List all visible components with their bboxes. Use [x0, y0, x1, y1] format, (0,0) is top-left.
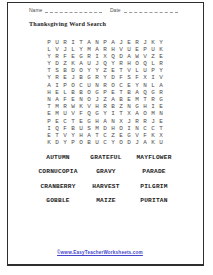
grid-cell-r12c10: X: [117, 118, 125, 125]
grid-cell-r6c13: X: [141, 74, 149, 81]
grid-cell-r6c5: B: [77, 74, 85, 81]
grid-cell-r14c9: Z: [109, 132, 117, 139]
grid-cell-r2c3: J: [61, 46, 69, 53]
grid-cell-r5c9: E: [109, 67, 117, 74]
name-label: Name: [29, 7, 42, 13]
grid-cell-r2c7: A: [93, 46, 101, 53]
grid-cell-r13c15: T: [157, 125, 165, 132]
grid-cell-r2c6: M: [85, 46, 93, 53]
grid-cell-r12c3: C: [61, 118, 69, 125]
grid-cell-r6c15: V: [157, 74, 165, 81]
date-field: Date: [110, 6, 178, 13]
word-list-item: AUTUMN: [34, 153, 82, 167]
grid-cell-r1c9: A: [109, 39, 117, 46]
grid-cell-r9c14: R: [149, 96, 157, 103]
grid-cell-r5c1: T: [45, 67, 53, 74]
grid-cell-r7c12: Y: [133, 82, 141, 89]
grid-cell-r6c9: D: [109, 74, 117, 81]
grid-cell-r5c13: U: [141, 67, 149, 74]
word-list: AUTUMNGRATEFULMAYFLOWERCORNUCOPIAGRAVYPA…: [34, 153, 178, 211]
grid-cell-r11c9: I: [109, 110, 117, 117]
grid-cell-r5c12: L: [133, 67, 141, 74]
grid-cell-r6c10: F: [117, 74, 125, 81]
grid-cell-r4c11: H: [125, 60, 133, 67]
grid-cell-r1c10: J: [117, 39, 125, 46]
grid-cell-r11c3: U: [61, 110, 69, 117]
grid-cell-r2c5: Y: [77, 46, 85, 53]
grid-cell-r8c15: R: [157, 89, 165, 96]
grid-cell-r15c8: C: [101, 139, 109, 146]
grid-cell-r2c13: P: [141, 46, 149, 53]
grid-cell-r9c13: T: [141, 96, 149, 103]
grid-cell-r6c7: R: [93, 74, 101, 81]
grid-cell-r10c2: M: [53, 103, 61, 110]
grid-cell-r12c7: H: [93, 118, 101, 125]
grid-cell-r14c6: A: [85, 132, 93, 139]
grid-cell-r9c10: B: [117, 96, 125, 103]
grid-cell-r5c15: Y: [157, 67, 165, 74]
grid-cell-r12c15: E: [157, 118, 165, 125]
grid-cell-r15c2: D: [53, 139, 61, 146]
grid-cell-r13c2: Q: [53, 125, 61, 132]
grid-cell-r3c8: X: [101, 53, 109, 60]
grid-cell-r9c4: E: [69, 96, 77, 103]
grid-cell-r7c9: O: [109, 82, 117, 89]
word-list-item: PARADE: [130, 167, 178, 181]
grid-cell-r3c7: I: [93, 53, 101, 60]
grid-cell-r15c10: O: [117, 139, 125, 146]
grid-cell-r7c7: N: [93, 82, 101, 89]
grid-cell-r2c8: R: [101, 46, 109, 53]
grid-cell-r14c14: K: [149, 132, 157, 139]
grid-cell-r15c9: Y: [109, 139, 117, 146]
grid-cell-r3c3: F: [61, 53, 69, 60]
grid-cell-r11c12: A: [133, 110, 141, 117]
grid-cell-r3c1: Y: [45, 53, 53, 60]
grid-cell-r6c12: F: [133, 74, 141, 81]
grid-cell-r11c13: O: [141, 110, 149, 117]
grid-cell-r15c14: K: [149, 139, 157, 146]
grid-cell-r1c13: J: [141, 39, 149, 46]
name-blank-line: [45, 6, 102, 13]
grid-cell-r8c6: O: [85, 89, 93, 96]
grid-cell-r7c8: R: [101, 82, 109, 89]
grid-cell-r10c8: R: [101, 103, 109, 110]
grid-cell-r1c3: R: [61, 39, 69, 46]
grid-cell-r6c2: R: [53, 74, 61, 81]
grid-cell-r7c14: L: [149, 82, 157, 89]
grid-cell-r14c10: E: [117, 132, 125, 139]
grid-cell-r8c14: G: [149, 89, 157, 96]
grid-cell-r3c9: Q: [109, 53, 117, 60]
grid-cell-r15c6: B: [85, 139, 93, 146]
grid-cell-r5c2: S: [53, 67, 61, 74]
grid-cell-r9c1: N: [45, 96, 53, 103]
grid-cell-r12c1: P: [45, 118, 53, 125]
grid-cell-r14c1: E: [45, 132, 53, 139]
grid-cell-r13c3: F: [61, 125, 69, 132]
grid-cell-r8c12: A: [133, 89, 141, 96]
grid-cell-r13c10: O: [117, 125, 125, 132]
grid-cell-r7c3: P: [61, 82, 69, 89]
grid-cell-r4c1: Y: [45, 60, 53, 67]
grid-cell-r14c5: H: [77, 132, 85, 139]
grid-cell-r8c10: T: [117, 89, 125, 96]
grid-cell-r8c13: Q: [141, 89, 149, 96]
grid-cell-r15c4: P: [69, 139, 77, 146]
grid-cell-r11c2: M: [53, 110, 61, 117]
grid-cell-r13c5: U: [77, 125, 85, 132]
grid-cell-r6c6: G: [85, 74, 93, 81]
word-list-item: GOBBLE: [34, 196, 82, 210]
grid-cell-r2c14: U: [149, 46, 157, 53]
grid-cell-r12c13: R: [141, 118, 149, 125]
grid-cell-r10c7: H: [93, 103, 101, 110]
grid-cell-r7c1: A: [45, 82, 53, 89]
grid-cell-r14c4: Y: [69, 132, 77, 139]
grid-cell-r9c15: G: [157, 96, 165, 103]
grid-cell-r12c14: J: [149, 118, 157, 125]
grid-cell-r14c8: C: [101, 132, 109, 139]
grid-cell-r13c11: I: [125, 125, 133, 132]
grid-cell-r7c11: E: [125, 82, 133, 89]
grid-cell-r11c10: T: [117, 110, 125, 117]
grid-cell-r14c15: X: [157, 132, 165, 139]
grid-cell-r7c15: A: [157, 82, 165, 89]
grid-cell-r9c9: A: [109, 96, 117, 103]
grid-cell-r1c7: N: [93, 39, 101, 46]
grid-cell-r5c8: Z: [101, 67, 109, 74]
grid-cell-r10c13: H: [141, 103, 149, 110]
grid-cell-r6c8: Y: [101, 74, 109, 81]
grid-cell-r14c12: V: [133, 132, 141, 139]
grid-cell-r11c7: G: [93, 110, 101, 117]
grid-cell-r8c1: H: [45, 89, 53, 96]
grid-cell-r8c9: E: [109, 89, 117, 96]
grid-cell-r6c11: S: [125, 74, 133, 81]
word-list-item: PILGRIM: [130, 182, 178, 196]
grid-cell-r12c4: T: [69, 118, 77, 125]
grid-cell-r3c12: W: [133, 53, 141, 60]
grid-cell-r2c2: V: [53, 46, 61, 53]
grid-cell-r10c14: I: [149, 103, 157, 110]
word-list-item: CRANBERRY: [34, 182, 82, 196]
grid-cell-r3c2: R: [53, 53, 61, 60]
grid-cell-r4c14: L: [149, 60, 157, 67]
grid-cell-r10c15: E: [157, 103, 165, 110]
grid-cell-r1c11: E: [125, 39, 133, 46]
grid-cell-r9c11: E: [125, 96, 133, 103]
grid-cell-r15c1: K: [45, 139, 53, 146]
grid-cell-r1c12: R: [133, 39, 141, 46]
grid-cell-r3c10: D: [117, 53, 125, 60]
grid-cell-r5c10: T: [117, 67, 125, 74]
grid-cell-r1c8: P: [101, 39, 109, 46]
grid-cell-r12c5: E: [77, 118, 85, 125]
grid-cell-r7c5: C: [77, 82, 85, 89]
grid-cell-r14c7: T: [93, 132, 101, 139]
grid-cell-r6c3: E: [61, 74, 69, 81]
grid-cell-r9c7: J: [93, 96, 101, 103]
grid-cell-r8c5: B: [77, 89, 85, 96]
grid-cell-r15c3: Y: [61, 139, 69, 146]
grid-cell-r7c6: U: [85, 82, 93, 89]
grid-cell-r2c9: H: [109, 46, 117, 53]
grid-cell-r15c7: U: [93, 139, 101, 146]
grid-cell-r14c13: F: [141, 132, 149, 139]
grid-cell-r11c11: X: [125, 110, 133, 117]
grid-cell-r1c4: I: [69, 39, 77, 46]
grid-cell-r8c8: P: [101, 89, 109, 96]
grid-cell-r11c4: V: [69, 110, 77, 117]
grid-cell-r14c11: G: [125, 132, 133, 139]
grid-cell-r5c5: O: [77, 67, 85, 74]
grid-cell-r1c6: A: [85, 39, 93, 46]
grid-cell-r2c15: K: [157, 46, 165, 53]
grid-cell-r1c14: K: [149, 39, 157, 46]
grid-cell-r5c6: Y: [85, 67, 93, 74]
grid-cell-r5c7: Y: [93, 67, 101, 74]
grid-cell-r13c13: C: [141, 125, 149, 132]
grid-cell-r13c14: C: [149, 125, 157, 132]
grid-cell-r7c13: N: [141, 82, 149, 89]
grid-cell-r6c4: J: [69, 74, 77, 81]
grid-cell-r4c12: O: [133, 60, 141, 67]
grid-cell-r1c2: U: [53, 39, 61, 46]
grid-cell-r14c2: T: [53, 132, 61, 139]
grid-cell-r6c14: I: [149, 74, 157, 81]
date-blank-line: [124, 6, 178, 13]
grid-cell-r4c15: R: [157, 60, 165, 67]
grid-cell-r2c4: L: [69, 46, 77, 53]
grid-cell-r13c8: D: [101, 125, 109, 132]
grid-cell-r10c11: N: [125, 103, 133, 110]
grid-cell-r4c8: Q: [101, 60, 109, 67]
grid-cell-r7c4: O: [69, 82, 77, 89]
grid-cell-r10c1: T: [45, 103, 53, 110]
grid-cell-r3c11: A: [125, 53, 133, 60]
grid-cell-r9c3: F: [61, 96, 69, 103]
word-list-item: GRATEFUL: [82, 153, 130, 167]
grid-cell-r10c10: Z: [117, 103, 125, 110]
grid-cell-r11c15: N: [157, 110, 165, 117]
word-list-item: MAIZE: [82, 196, 130, 210]
grid-cell-r10c4: W: [69, 103, 77, 110]
grid-cell-r4c9: Y: [109, 60, 117, 67]
grid-cell-r13c9: H: [109, 125, 117, 132]
grid-cell-r13c12: N: [133, 125, 141, 132]
word-list-item: PURITAN: [130, 196, 178, 210]
grid-cell-r12c11: J: [125, 118, 133, 125]
grid-cell-r9c5: N: [77, 96, 85, 103]
date-label: Date: [110, 7, 121, 13]
grid-cell-r8c11: B: [125, 89, 133, 96]
grid-cell-r1c5: T: [77, 39, 85, 46]
grid-cell-r5c4: D: [69, 67, 77, 74]
grid-cell-r10c6: V: [85, 103, 93, 110]
grid-cell-r15c11: D: [125, 139, 133, 146]
word-search-grid: PURITANPAJERJKYLVJLYMARHVUEPUKYRFEGRIXQD…: [45, 39, 165, 147]
grid-cell-r4c4: K: [69, 60, 77, 67]
name-field: Name: [29, 6, 102, 13]
grid-cell-r3c15: E: [157, 53, 165, 60]
grid-cell-r1c15: Y: [157, 39, 165, 46]
grid-cell-r2c1: L: [45, 46, 53, 53]
grid-cell-r8c3: L: [61, 89, 69, 96]
grid-cell-r11c1: E: [45, 110, 53, 117]
word-list-item: MAYFLOWER: [130, 153, 178, 167]
grid-cell-r10c9: B: [109, 103, 117, 110]
grid-cell-r15c12: J: [133, 139, 141, 146]
grid-cell-r4c13: Q: [141, 60, 149, 67]
grid-cell-r2c11: U: [125, 46, 133, 53]
grid-cell-r1c1: P: [45, 39, 53, 46]
grid-cell-r2c10: V: [117, 46, 125, 53]
grid-cell-r10c5: K: [77, 103, 85, 110]
grid-cell-r7c2: I: [53, 82, 61, 89]
grid-cell-r11c14: M: [149, 110, 157, 117]
grid-cell-r5c3: B: [61, 67, 69, 74]
grid-cell-r11c8: Y: [101, 110, 109, 117]
grid-cell-r4c7: J: [93, 60, 101, 67]
footer-credit-link[interactable]: ©www.EasyTeacherWorksheets.com: [57, 250, 167, 255]
grid-cell-r4c3: Z: [61, 60, 69, 67]
word-list-item: CORNUCOPIA: [34, 167, 82, 181]
grid-cell-r12c6: G: [85, 118, 93, 125]
grid-cell-r6c1: Y: [45, 74, 53, 81]
grid-cell-r10c3: R: [61, 103, 69, 110]
grid-cell-r14c3: V: [61, 132, 69, 139]
grid-cell-r3c6: R: [85, 53, 93, 60]
grid-cell-r12c12: R: [133, 118, 141, 125]
grid-cell-r11c6: Q: [85, 110, 93, 117]
grid-cell-r8c7: G: [93, 89, 101, 96]
grid-cell-r9c2: A: [53, 96, 61, 103]
grid-cell-r4c2: D: [53, 60, 61, 67]
grid-cell-r4c10: R: [117, 60, 125, 67]
grid-cell-r9c6: O: [85, 96, 93, 103]
word-list-item: HARVEST: [82, 182, 130, 196]
grid-cell-r15c15: U: [157, 139, 165, 146]
grid-cell-r11c5: F: [77, 110, 85, 117]
grid-cell-r2c12: E: [133, 46, 141, 53]
grid-cell-r12c9: N: [109, 118, 117, 125]
page-title: Thanksgiving Word Search: [29, 20, 106, 27]
grid-cell-r3c14: Z: [149, 53, 157, 60]
grid-cell-r13c7: M: [93, 125, 101, 132]
grid-cell-r10c12: G: [133, 103, 141, 110]
grid-cell-r8c2: E: [53, 89, 61, 96]
grid-cell-r4c6: U: [85, 60, 93, 67]
grid-cell-r3c5: G: [77, 53, 85, 60]
grid-cell-r3c4: E: [69, 53, 77, 60]
grid-cell-r13c1: I: [45, 125, 53, 132]
grid-cell-r9c8: Z: [101, 96, 109, 103]
grid-cell-r12c8: A: [101, 118, 109, 125]
grid-cell-r7c10: C: [117, 82, 125, 89]
grid-cell-r5c11: V: [125, 67, 133, 74]
grid-cell-r3c13: V: [141, 53, 149, 60]
word-list-item: GRAVY: [82, 167, 130, 181]
grid-cell-r13c4: B: [69, 125, 77, 132]
grid-cell-r13c6: S: [85, 125, 93, 132]
grid-cell-r12c2: E: [53, 118, 61, 125]
grid-cell-r8c4: B: [69, 89, 77, 96]
grid-cell-r15c5: O: [77, 139, 85, 146]
grid-cell-r4c5: A: [77, 60, 85, 67]
grid-cell-r5c14: P: [149, 67, 157, 74]
grid-cell-r15c13: A: [141, 139, 149, 146]
grid-cell-r9c12: M: [133, 96, 141, 103]
